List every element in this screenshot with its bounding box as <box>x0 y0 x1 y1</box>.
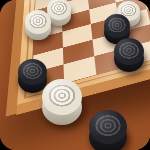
piece-top <box>114 38 144 65</box>
checker-piece-white[interactable] <box>42 79 82 125</box>
checker-piece-black[interactable] <box>114 38 144 73</box>
checker-piece-black[interactable] <box>89 110 127 150</box>
piece-top <box>25 10 51 33</box>
piece-top <box>89 110 127 144</box>
piece-top <box>104 14 130 37</box>
pieces-layer <box>0 0 150 150</box>
checkers-app-icon[interactable] <box>0 0 150 150</box>
piece-top <box>42 79 82 115</box>
checker-piece-white[interactable] <box>25 10 51 40</box>
